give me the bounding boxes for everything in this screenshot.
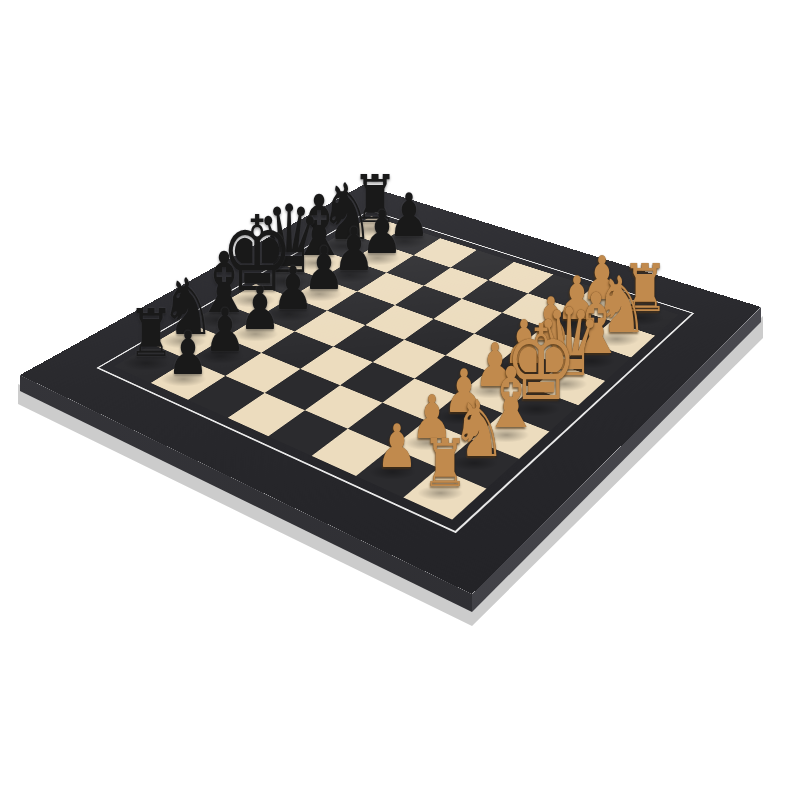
black-pawn-h7[interactable]: ♟ xyxy=(167,323,209,383)
white-rook-h1[interactable]: ♜ xyxy=(422,431,468,497)
black-pawn-g7[interactable]: ♟ xyxy=(204,300,246,360)
white-pawn-h2[interactable]: ♟ xyxy=(376,415,418,475)
chess-set-photo: ♜♞♝♛♚♝♞♜♟♟♟♟♟♟♟♟♟♟♟♟♟♟♟♟♜♞♝♛♚♝♞♜ xyxy=(0,0,800,800)
pieces-layer: ♜♞♝♛♚♝♞♜♟♟♟♟♟♟♟♟♟♟♟♟♟♟♟♟♜♞♝♛♚♝♞♜ xyxy=(0,0,800,800)
